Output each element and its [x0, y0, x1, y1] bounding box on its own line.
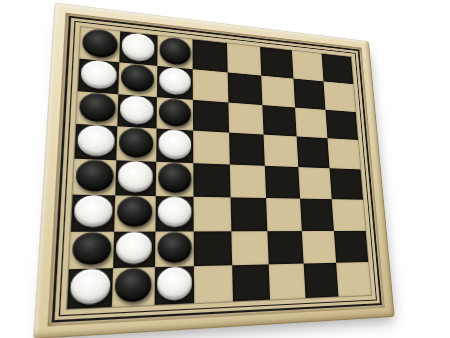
board-square[interactable]: [71, 194, 115, 231]
black-piece[interactable]: [114, 268, 152, 303]
board-square[interactable]: [228, 72, 262, 104]
board-square[interactable]: [293, 78, 326, 109]
board-square[interactable]: [73, 159, 116, 195]
white-piece[interactable]: [74, 195, 113, 227]
white-piece[interactable]: [77, 125, 114, 157]
checkers-board: [33, 2, 395, 338]
black-piece[interactable]: [72, 232, 111, 266]
board-square[interactable]: [263, 135, 298, 167]
board-square[interactable]: [117, 94, 156, 129]
photo-scene: [0, 0, 450, 338]
board-square[interactable]: [330, 168, 363, 199]
board-square[interactable]: [193, 131, 229, 165]
black-piece[interactable]: [120, 63, 154, 93]
white-piece[interactable]: [80, 59, 116, 90]
board-square[interactable]: [113, 231, 155, 268]
board-square[interactable]: [336, 262, 371, 296]
board-square[interactable]: [267, 231, 303, 265]
white-piece[interactable]: [70, 269, 110, 305]
white-piece[interactable]: [157, 196, 191, 227]
board-square[interactable]: [155, 196, 194, 231]
white-piece[interactable]: [121, 32, 155, 62]
board-square[interactable]: [227, 43, 261, 75]
board-square[interactable]: [322, 54, 353, 84]
board-square[interactable]: [156, 66, 193, 100]
board-square[interactable]: [116, 127, 156, 162]
board-square[interactable]: [268, 264, 305, 300]
board-square[interactable]: [194, 231, 232, 267]
board-square[interactable]: [114, 195, 155, 231]
playing-surface: [47, 13, 384, 327]
board-square[interactable]: [298, 167, 332, 199]
white-piece[interactable]: [158, 129, 191, 159]
white-piece[interactable]: [115, 232, 152, 265]
board-square[interactable]: [78, 58, 119, 93]
board-square[interactable]: [157, 35, 193, 69]
board-square[interactable]: [334, 230, 368, 263]
board-square[interactable]: [232, 265, 270, 302]
board-square[interactable]: [76, 91, 118, 127]
board-square[interactable]: [261, 75, 295, 107]
black-piece[interactable]: [158, 97, 191, 127]
board-square[interactable]: [231, 197, 268, 231]
board-square[interactable]: [193, 39, 228, 72]
black-piece[interactable]: [157, 231, 192, 263]
board-square[interactable]: [295, 107, 328, 138]
board-square[interactable]: [328, 138, 361, 169]
board-square[interactable]: [154, 266, 194, 305]
board-square[interactable]: [69, 231, 114, 269]
board-square[interactable]: [324, 81, 356, 111]
board-square[interactable]: [296, 137, 330, 169]
board-square[interactable]: [265, 166, 300, 199]
white-piece[interactable]: [159, 66, 191, 96]
black-piece[interactable]: [79, 91, 116, 122]
board-square[interactable]: [154, 231, 194, 267]
board-square[interactable]: [193, 99, 229, 132]
board-square[interactable]: [231, 231, 268, 266]
board-square[interactable]: [194, 163, 231, 197]
board-square[interactable]: [300, 198, 335, 230]
board-square[interactable]: [228, 102, 263, 135]
board-square[interactable]: [194, 197, 232, 231]
board-square[interactable]: [67, 268, 113, 309]
board-square[interactable]: [156, 97, 193, 131]
board-square[interactable]: [118, 62, 157, 97]
board-square[interactable]: [229, 133, 264, 166]
white-piece[interactable]: [157, 267, 193, 301]
board-square[interactable]: [326, 109, 358, 140]
board-square[interactable]: [301, 231, 336, 264]
black-piece[interactable]: [158, 162, 192, 193]
black-piece[interactable]: [75, 159, 113, 191]
white-piece[interactable]: [119, 94, 154, 125]
board-square[interactable]: [291, 50, 323, 81]
board-square[interactable]: [262, 105, 296, 137]
board-square[interactable]: [119, 31, 157, 65]
board-square[interactable]: [303, 263, 339, 298]
white-piece[interactable]: [118, 161, 154, 192]
black-piece[interactable]: [159, 36, 191, 66]
board-square[interactable]: [112, 267, 155, 307]
board-square[interactable]: [193, 69, 228, 102]
board-square[interactable]: [266, 198, 302, 231]
board-square[interactable]: [230, 165, 266, 198]
black-piece[interactable]: [82, 28, 118, 59]
board-square[interactable]: [74, 124, 117, 160]
board-square[interactable]: [260, 47, 293, 78]
black-piece[interactable]: [119, 127, 154, 158]
board-square[interactable]: [194, 266, 233, 304]
board-square[interactable]: [155, 162, 194, 197]
board-square[interactable]: [79, 27, 119, 62]
board-square[interactable]: [156, 129, 194, 163]
black-piece[interactable]: [116, 196, 152, 228]
board-square[interactable]: [332, 199, 366, 231]
board-grid: [67, 27, 371, 309]
board-square[interactable]: [115, 160, 156, 196]
